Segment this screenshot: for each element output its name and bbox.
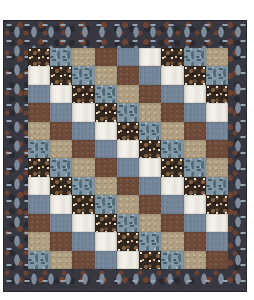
quilt-cell-r5c4 — [95, 122, 117, 140]
quilt-cell-r1c8 — [184, 48, 206, 66]
quilt-cell-r10c6 — [139, 214, 161, 232]
quilt-cell-r3c5 — [117, 85, 139, 103]
quilt-cell-r12c2 — [50, 251, 72, 269]
quilt-cell-r5c1 — [28, 122, 50, 140]
quilt-cell-r10c1 — [28, 214, 50, 232]
quilt-cell-r12c8 — [184, 251, 206, 269]
quilt-cell-r8c1 — [28, 177, 50, 195]
quilt-cell-r2c4 — [95, 66, 117, 84]
quilt-cell-r3c9 — [206, 85, 228, 103]
quilt-cell-r3c6 — [139, 85, 161, 103]
quilt-cell-r7c9 — [206, 158, 228, 176]
quilt-cell-r9c4 — [95, 195, 117, 213]
quilt-cell-r11c3 — [72, 232, 94, 250]
quilt-cell-r8c4 — [95, 177, 117, 195]
quilt-cell-r12c9 — [206, 251, 228, 269]
quilt-cell-r5c9 — [206, 122, 228, 140]
quilt-cell-r2c1 — [28, 66, 50, 84]
quilt-cell-r5c3 — [72, 122, 94, 140]
quilt-cell-r3c8 — [184, 85, 206, 103]
quilt-cell-r7c4 — [95, 158, 117, 176]
quilt-cell-r1c6 — [139, 48, 161, 66]
quilt-cell-r12c4 — [95, 251, 117, 269]
quilt-cell-r9c1 — [28, 195, 50, 213]
quilt-cell-r10c8 — [184, 214, 206, 232]
quilt-cell-r2c5 — [117, 66, 139, 84]
quilt-cell-r6c8 — [184, 140, 206, 158]
quilt-cell-r1c9 — [206, 48, 228, 66]
quilt-cell-r11c9 — [206, 232, 228, 250]
quilt-cell-r5c2 — [50, 122, 72, 140]
quilt-cell-r10c4 — [95, 214, 117, 232]
quilt-cell-r8c9 — [206, 177, 228, 195]
quilt-cell-r9c7 — [161, 195, 183, 213]
quilt-cell-r4c4 — [95, 103, 117, 121]
quilt-cell-r4c9 — [206, 103, 228, 121]
quilt-cell-r9c8 — [184, 195, 206, 213]
quilt-cell-r9c5 — [117, 195, 139, 213]
quilt-cell-r3c7 — [161, 85, 183, 103]
quilt-cell-r4c7 — [161, 103, 183, 121]
quilt-cell-r1c5 — [117, 48, 139, 66]
quilt-cell-r6c7 — [161, 140, 183, 158]
quilt-cell-r2c8 — [184, 66, 206, 84]
quilt-cell-r12c3 — [72, 251, 94, 269]
quilt-cell-r12c6 — [139, 251, 161, 269]
quilt-cell-r8c8 — [184, 177, 206, 195]
quilt-cell-r1c4 — [95, 48, 117, 66]
quilt-cell-r4c2 — [50, 103, 72, 121]
quilt-cell-r7c8 — [184, 158, 206, 176]
quilt-cell-r7c6 — [139, 158, 161, 176]
quilt-cell-r6c3 — [72, 140, 94, 158]
quilt-cell-r1c1 — [28, 48, 50, 66]
quilt-cell-r4c6 — [139, 103, 161, 121]
quilt-cell-r6c5 — [117, 140, 139, 158]
quilt-cell-r5c8 — [184, 122, 206, 140]
quilt-cell-r8c2 — [50, 177, 72, 195]
quilt-cell-r5c5 — [117, 122, 139, 140]
quilt-cell-r10c7 — [161, 214, 183, 232]
quilt-cell-r11c8 — [184, 232, 206, 250]
quilt-cell-r4c8 — [184, 103, 206, 121]
quilt-cell-r2c3 — [72, 66, 94, 84]
quilt-cell-r9c6 — [139, 195, 161, 213]
quilt-grid — [28, 48, 228, 269]
quilt-border-print — [3, 20, 247, 292]
quilt-cell-r7c3 — [72, 158, 94, 176]
quilt-cell-r6c1 — [28, 140, 50, 158]
quilt-cell-r11c2 — [50, 232, 72, 250]
quilt-cell-r1c3 — [72, 48, 94, 66]
quilt-cell-r8c5 — [117, 177, 139, 195]
quilt-cell-r11c5 — [117, 232, 139, 250]
quilt-cell-r10c9 — [206, 214, 228, 232]
quilt-cell-r10c5 — [117, 214, 139, 232]
quilt-cell-r3c2 — [50, 85, 72, 103]
quilt-cell-r7c7 — [161, 158, 183, 176]
quilt-cell-r4c1 — [28, 103, 50, 121]
quilt-cell-r5c7 — [161, 122, 183, 140]
quilt-cell-r10c3 — [72, 214, 94, 232]
quilt-cell-r1c7 — [161, 48, 183, 66]
quilt-cell-r6c9 — [206, 140, 228, 158]
quilt-cell-r5c6 — [139, 122, 161, 140]
quilt-cell-r9c3 — [72, 195, 94, 213]
quilt-cell-r12c1 — [28, 251, 50, 269]
quilt-cell-r2c2 — [50, 66, 72, 84]
quilt-cell-r11c4 — [95, 232, 117, 250]
quilt-cell-r9c2 — [50, 195, 72, 213]
quilt-cell-r12c7 — [161, 251, 183, 269]
quilt-cell-r3c1 — [28, 85, 50, 103]
quilt-cell-r7c2 — [50, 158, 72, 176]
quilt-cell-r7c1 — [28, 158, 50, 176]
quilt-cell-r11c1 — [28, 232, 50, 250]
quilt-cell-r3c3 — [72, 85, 94, 103]
quilt-cell-r9c9 — [206, 195, 228, 213]
quilt-cell-r1c2 — [50, 48, 72, 66]
quilt-cell-r11c7 — [161, 232, 183, 250]
quilt-cell-r10c2 — [50, 214, 72, 232]
quilt-cell-r6c2 — [50, 140, 72, 158]
quilt-cell-r2c9 — [206, 66, 228, 84]
quilt-cell-r4c5 — [117, 103, 139, 121]
quilt-preview-canvas — [0, 0, 254, 300]
quilt-cell-r8c7 — [161, 177, 183, 195]
quilt-cell-r11c6 — [139, 232, 161, 250]
quilt-cell-r7c5 — [117, 158, 139, 176]
quilt-cell-r12c5 — [117, 251, 139, 269]
quilt-cell-r4c3 — [72, 103, 94, 121]
quilt-cell-r2c6 — [139, 66, 161, 84]
quilt-cell-r3c4 — [95, 85, 117, 103]
quilt-cell-r8c6 — [139, 177, 161, 195]
quilt-cell-r6c4 — [95, 140, 117, 158]
quilt-cell-r6c6 — [139, 140, 161, 158]
quilt-cell-r8c3 — [72, 177, 94, 195]
quilt-cell-r2c7 — [161, 66, 183, 84]
